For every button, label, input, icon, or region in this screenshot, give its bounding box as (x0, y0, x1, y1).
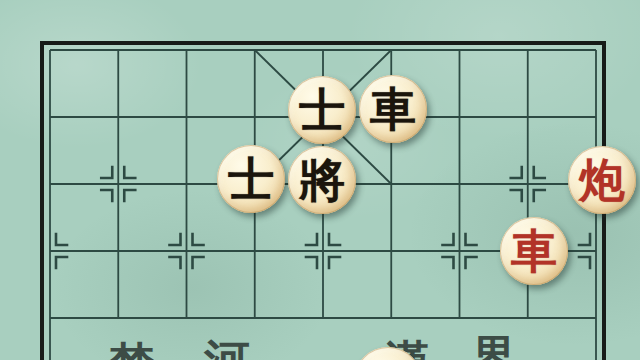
piece-black-advisor-e1[interactable]: 士 (288, 76, 356, 144)
river-char-chu: 楚 (108, 341, 154, 360)
piece-black-chariot-f1[interactable]: 車 (359, 75, 427, 143)
piece-red-cannon-i2[interactable]: 炮 (568, 146, 636, 214)
river-char-jie: 界 (471, 334, 517, 360)
river-char-he: 河 (204, 338, 250, 360)
xiangqi-board-screenshot: 楚 河 漢 界 士車士將炮車 (0, 0, 640, 360)
piece-black-advisor-d2[interactable]: 士 (217, 145, 285, 213)
piece-red-chariot-h3[interactable]: 車 (500, 217, 568, 285)
piece-black-general-e2[interactable]: 將 (288, 146, 356, 214)
